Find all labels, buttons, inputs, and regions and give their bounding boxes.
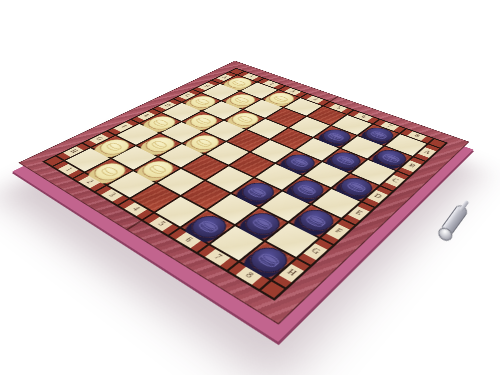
product-photo-scene: 12345678A⛀⛀⛂AB⛀⛂⛂BC⛀⛀⛂CD⛀⛂⛂DE⛀⛀⛂EF⛀⛂⛂FG⛀… [0,0,500,375]
board-frame: 12345678A⛀⛀⛂AB⛀⛂⛂BC⛀⛀⛂CD⛀⛂⛂DE⛀⛀⛂EF⛀⛂⛂FG⛀… [18,61,469,325]
latch-clasp-icon [440,203,469,237]
checkers-board-3d: 12345678A⛀⛀⛂AB⛀⛂⛂BC⛀⛀⛂CD⛀⛂⛂DE⛀⛀⛂EF⛀⛂⛂FG⛀… [18,61,469,325]
checkers-board[interactable]: 12345678A⛀⛀⛂AB⛀⛂⛂BC⛀⛀⛂CD⛀⛂⛂DE⛀⛀⛂EF⛀⛂⛂FG⛀… [42,68,448,301]
